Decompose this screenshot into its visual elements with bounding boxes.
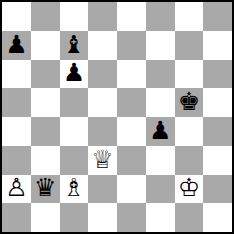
square-a6[interactable] — [2, 60, 31, 89]
black-queen-piece: ♛ — [34, 175, 56, 200]
square-e3[interactable] — [117, 146, 146, 175]
square-h4[interactable] — [203, 117, 232, 146]
square-e7[interactable] — [117, 31, 146, 60]
square-g2[interactable]: ♔ — [175, 175, 204, 204]
square-c4[interactable] — [60, 117, 89, 146]
square-c7[interactable]: ♝ — [60, 31, 89, 60]
square-h3[interactable] — [203, 146, 232, 175]
square-h7[interactable] — [203, 31, 232, 60]
square-f4[interactable]: ♟ — [146, 117, 175, 146]
chessboard: ♟♝♟♚♟♕♙♛♗♔ — [2, 2, 232, 232]
square-d7[interactable] — [88, 31, 117, 60]
square-h6[interactable] — [203, 60, 232, 89]
square-f5[interactable] — [146, 88, 175, 117]
square-g3[interactable] — [175, 146, 204, 175]
square-d6[interactable] — [88, 60, 117, 89]
square-a4[interactable] — [2, 117, 31, 146]
square-c5[interactable] — [60, 88, 89, 117]
square-f2[interactable] — [146, 175, 175, 204]
square-b5[interactable] — [31, 88, 60, 117]
square-g1[interactable] — [175, 203, 204, 232]
square-c3[interactable] — [60, 146, 89, 175]
square-d5[interactable] — [88, 88, 117, 117]
square-f1[interactable] — [146, 203, 175, 232]
square-b7[interactable] — [31, 31, 60, 60]
square-a7[interactable]: ♟ — [2, 31, 31, 60]
square-h5[interactable] — [203, 88, 232, 117]
square-e4[interactable] — [117, 117, 146, 146]
black-pawn-piece: ♟ — [5, 32, 27, 57]
white-queen-piece: ♕ — [91, 147, 113, 172]
square-d4[interactable] — [88, 117, 117, 146]
square-g4[interactable] — [175, 117, 204, 146]
square-c8[interactable] — [60, 2, 89, 31]
square-d1[interactable] — [88, 203, 117, 232]
white-king-piece: ♔ — [178, 175, 200, 200]
square-b3[interactable] — [31, 146, 60, 175]
square-e1[interactable] — [117, 203, 146, 232]
square-g7[interactable] — [175, 31, 204, 60]
square-f8[interactable] — [146, 2, 175, 31]
square-b6[interactable] — [31, 60, 60, 89]
square-d2[interactable] — [88, 175, 117, 204]
square-f6[interactable] — [146, 60, 175, 89]
square-c1[interactable] — [60, 203, 89, 232]
chessboard-frame: ♟♝♟♚♟♕♙♛♗♔ — [0, 0, 234, 234]
square-d8[interactable] — [88, 2, 117, 31]
square-d3[interactable]: ♕ — [88, 146, 117, 175]
square-g6[interactable] — [175, 60, 204, 89]
square-g8[interactable] — [175, 2, 204, 31]
square-b1[interactable] — [31, 203, 60, 232]
square-h1[interactable] — [203, 203, 232, 232]
square-a8[interactable] — [2, 2, 31, 31]
square-h8[interactable] — [203, 2, 232, 31]
square-b4[interactable] — [31, 117, 60, 146]
black-king-piece: ♚ — [178, 89, 200, 114]
square-a3[interactable] — [2, 146, 31, 175]
square-a1[interactable] — [2, 203, 31, 232]
square-e5[interactable] — [117, 88, 146, 117]
square-c6[interactable]: ♟ — [60, 60, 89, 89]
white-bishop-piece: ♗ — [63, 175, 85, 200]
white-pawn-piece: ♙ — [5, 175, 27, 200]
square-e2[interactable] — [117, 175, 146, 204]
square-f3[interactable] — [146, 146, 175, 175]
black-bishop-piece: ♝ — [63, 32, 85, 57]
square-f7[interactable] — [146, 31, 175, 60]
square-b8[interactable] — [31, 2, 60, 31]
square-g5[interactable]: ♚ — [175, 88, 204, 117]
black-pawn-piece: ♟ — [149, 118, 171, 143]
square-h2[interactable] — [203, 175, 232, 204]
square-b2[interactable]: ♛ — [31, 175, 60, 204]
square-a2[interactable]: ♙ — [2, 175, 31, 204]
square-e8[interactable] — [117, 2, 146, 31]
black-pawn-piece: ♟ — [63, 60, 85, 85]
square-e6[interactable] — [117, 60, 146, 89]
square-a5[interactable] — [2, 88, 31, 117]
square-c2[interactable]: ♗ — [60, 175, 89, 204]
